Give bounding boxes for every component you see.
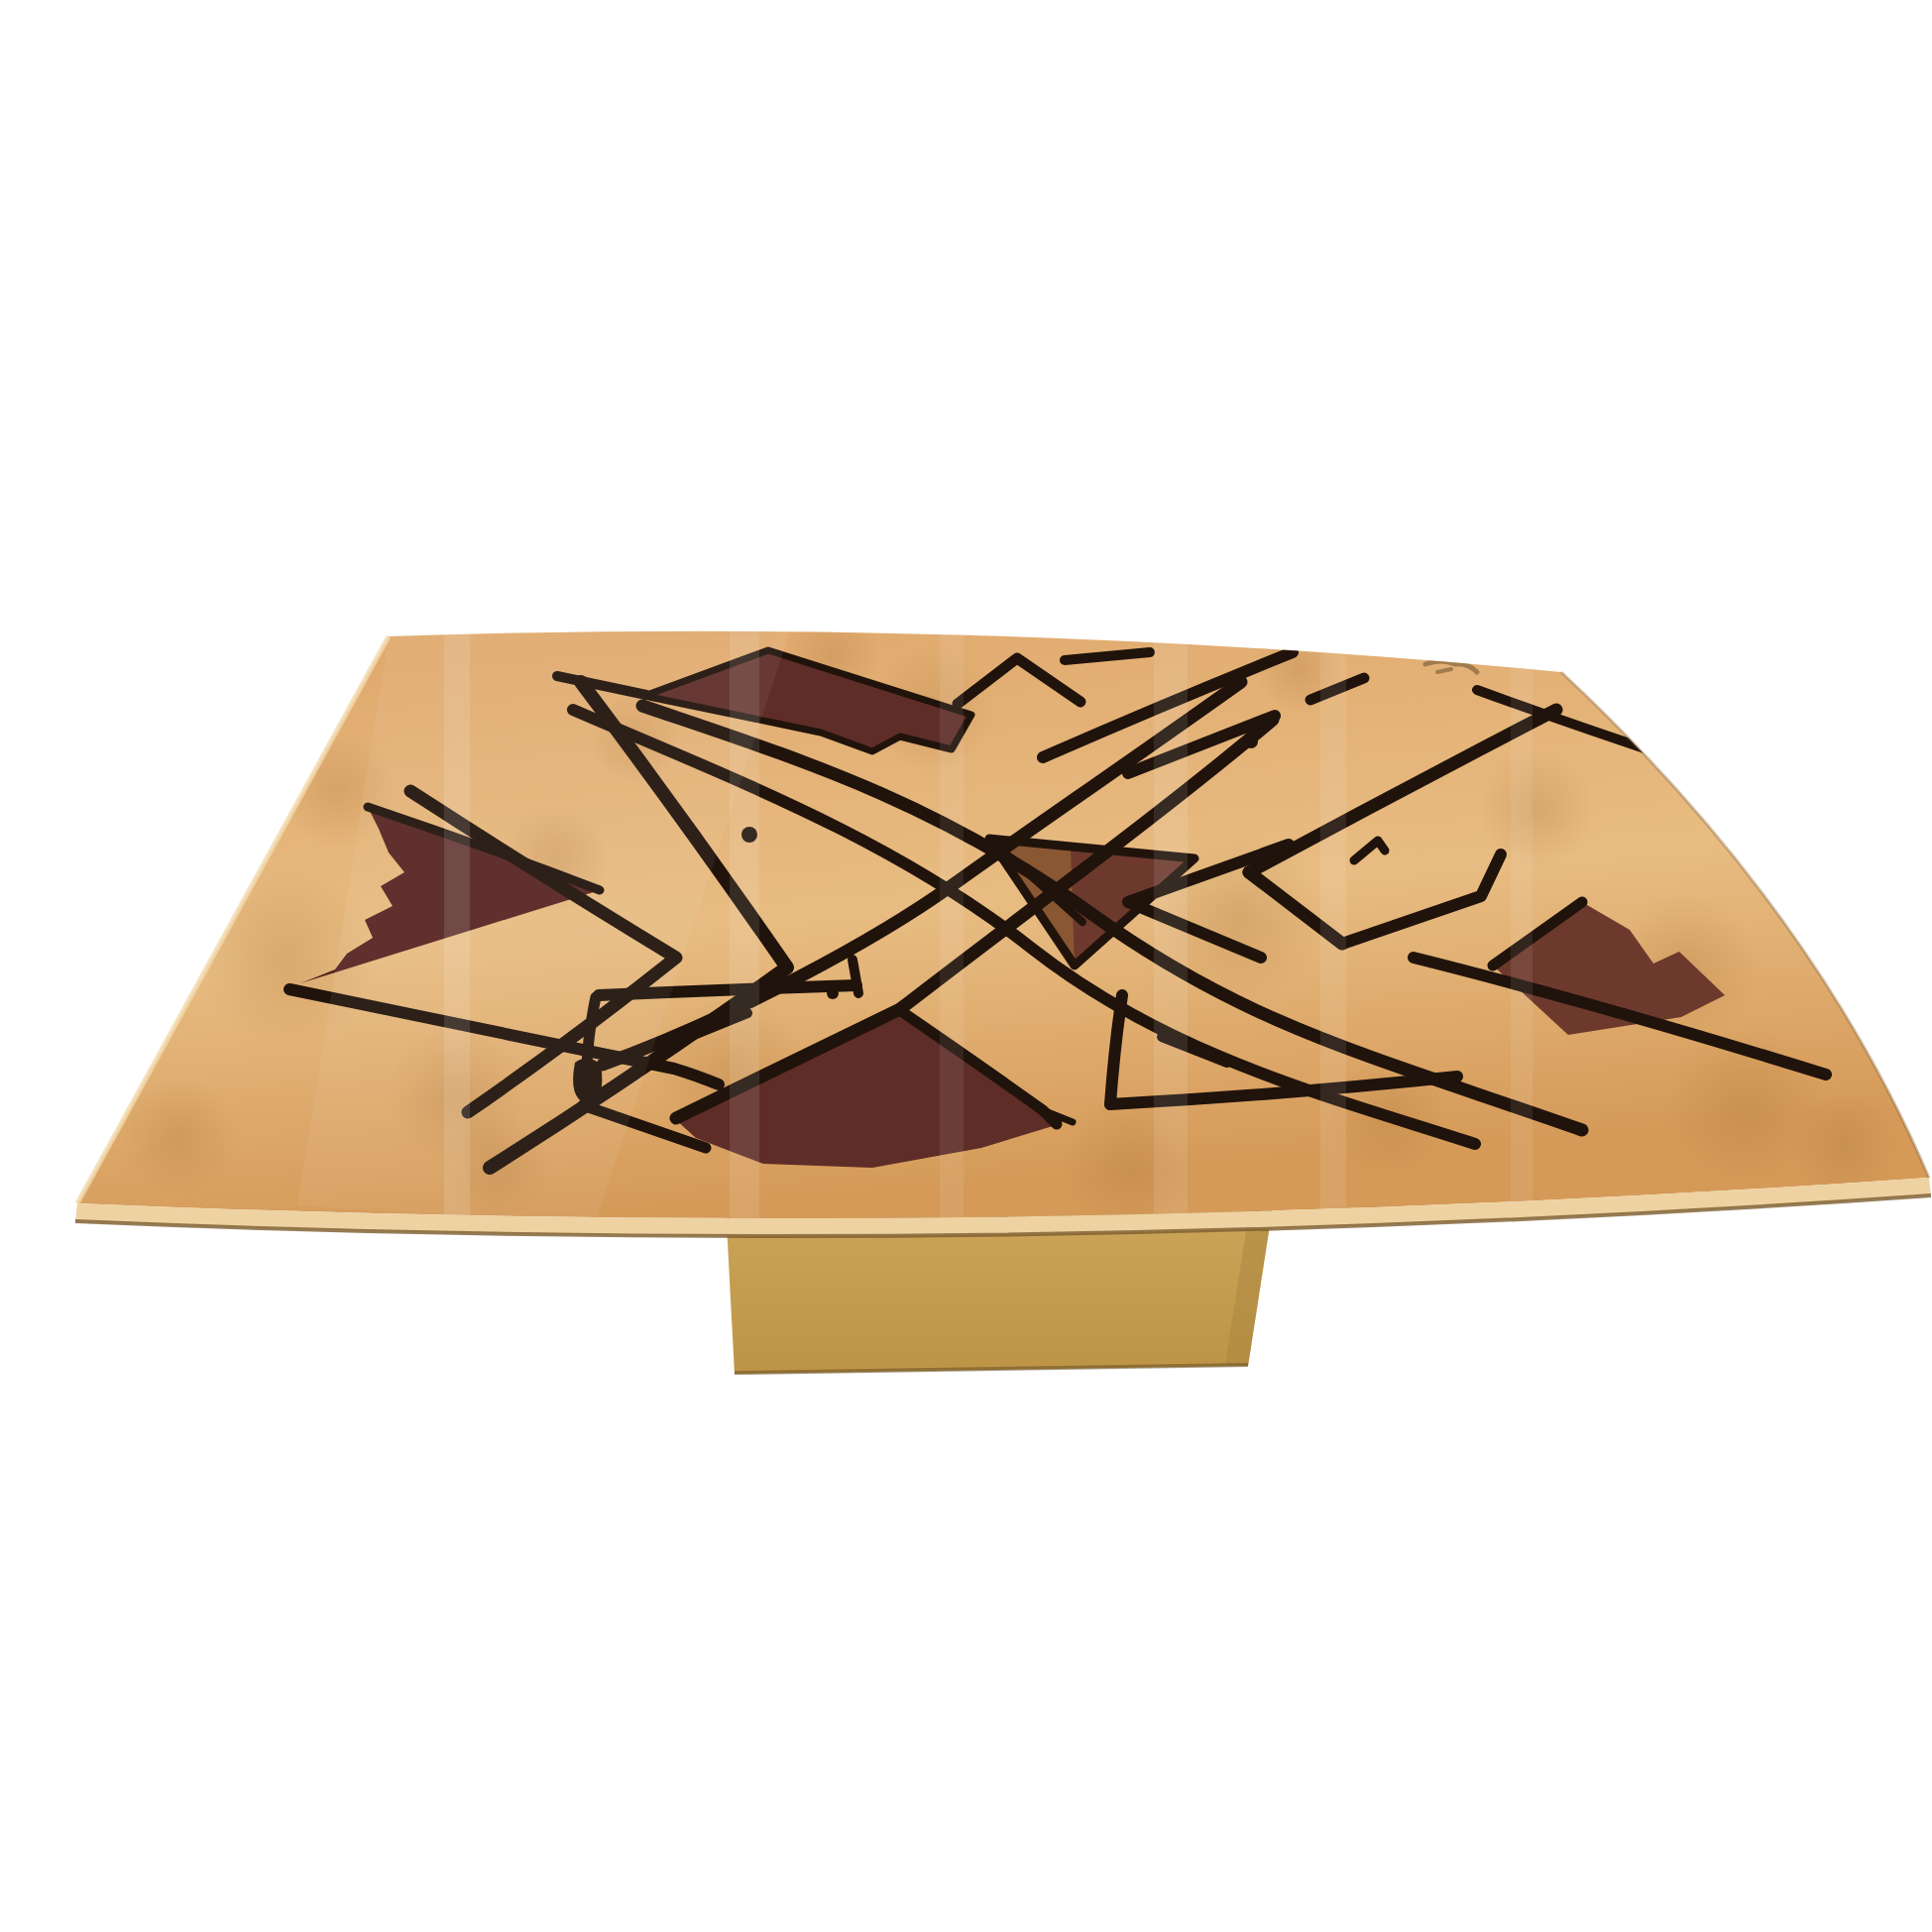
sheen-band bbox=[940, 611, 964, 1265]
sheen-band bbox=[1320, 611, 1346, 1265]
coffee-table-illustration bbox=[40, 16, 1932, 1932]
mottle-blob bbox=[1477, 749, 1596, 868]
sheen-band bbox=[1154, 611, 1188, 1265]
sheen-band bbox=[1511, 611, 1533, 1265]
tabletop bbox=[75, 606, 1931, 1265]
drip-right-stub bbox=[852, 960, 858, 993]
product-photo bbox=[40, 16, 1932, 1932]
ink-dot bbox=[1244, 735, 1258, 748]
